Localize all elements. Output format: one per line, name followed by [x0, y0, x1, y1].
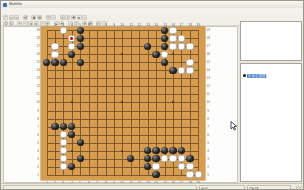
grid-line-h	[47, 119, 199, 120]
grid-line-v	[190, 30, 191, 174]
black-stone[interactable]	[178, 147, 185, 154]
grid-line-h	[47, 175, 199, 176]
black-stone[interactable]	[152, 171, 159, 178]
black-stone[interactable]	[68, 123, 75, 130]
white-stone[interactable]	[161, 51, 168, 58]
coord-left: 14	[37, 69, 40, 72]
white-stone[interactable]	[60, 131, 67, 138]
tree-node[interactable]: 未命名棋谱	[243, 66, 279, 72]
black-stone[interactable]	[152, 155, 159, 162]
zoom-icon[interactable]: ◎	[60, 15, 65, 20]
coord-right: 16	[206, 53, 209, 56]
board-icon[interactable]: ◫	[46, 15, 51, 20]
white-stone[interactable]	[186, 171, 193, 178]
back-10-icon[interactable]: ‹	[23, 21, 28, 26]
black-stone[interactable]	[161, 27, 168, 34]
black-stone[interactable]	[77, 59, 84, 66]
save-icon[interactable]: ▭	[14, 15, 19, 20]
white-stone[interactable]	[161, 155, 168, 162]
app-icon	[3, 3, 7, 7]
status-segment-0	[3, 185, 197, 190]
black-stone[interactable]	[60, 59, 67, 66]
coord-left: 17	[37, 45, 40, 48]
coord-top: 12	[138, 23, 141, 26]
coord-left: 16	[37, 53, 40, 56]
info-icon[interactable]: ◔	[51, 15, 56, 20]
black-stone-icon[interactable]: ●	[77, 15, 82, 20]
coord-left: 8	[37, 117, 40, 120]
white-stone[interactable]	[51, 43, 58, 50]
coord-right: 9	[206, 109, 209, 112]
black-stone[interactable]	[152, 147, 159, 154]
coord-left: 4	[37, 149, 40, 152]
coord-right: 1	[206, 173, 209, 176]
coord-top: 8	[104, 23, 107, 26]
white-stone[interactable]	[169, 43, 176, 50]
coord-top: 14	[155, 23, 158, 26]
coord-right: 6	[206, 133, 209, 136]
white-stone[interactable]	[186, 59, 193, 66]
coord-right: 12	[206, 85, 209, 88]
black-stone[interactable]	[51, 123, 58, 130]
coord-top: 11	[129, 23, 132, 26]
undo-icon[interactable]: ↺	[3, 21, 8, 26]
coord-top: 16	[171, 23, 174, 26]
window-title: MultiGo	[9, 2, 22, 6]
black-stone[interactable]	[77, 27, 84, 34]
black-stone[interactable]	[161, 59, 168, 66]
white-stone[interactable]	[60, 155, 67, 162]
black-stone[interactable]	[68, 163, 75, 170]
coord-top: 4	[70, 23, 73, 26]
coord-top: 10	[121, 23, 124, 26]
coord-left: 7	[37, 125, 40, 128]
white-stone[interactable]	[169, 35, 176, 42]
white-stone[interactable]	[178, 43, 185, 50]
coord-right: 5	[206, 141, 209, 144]
coord-left: 6	[37, 133, 40, 136]
coord-top: 17	[180, 23, 183, 26]
white-stone[interactable]	[186, 67, 193, 74]
coord-left: 1	[37, 173, 40, 176]
coord-top: 7	[96, 23, 99, 26]
coord-right: 3	[206, 157, 209, 160]
copy-icon[interactable]: ▣	[31, 15, 36, 20]
coord-left: 11	[37, 93, 40, 96]
black-stone[interactable]	[68, 51, 75, 58]
grid-line-h	[47, 111, 199, 112]
print-icon[interactable]: ▤	[23, 15, 28, 20]
black-stone[interactable]	[161, 43, 168, 50]
white-stone[interactable]	[60, 139, 67, 146]
coord-top: 9	[112, 23, 115, 26]
coord-right: 13	[206, 77, 209, 80]
coord-right: 19	[206, 29, 209, 32]
black-stone[interactable]	[77, 139, 84, 146]
black-stone[interactable]	[77, 155, 84, 162]
mouse-cursor	[230, 121, 238, 131]
white-stone[interactable]	[51, 51, 58, 58]
right-sidebar: 未命名棋谱	[239, 26, 303, 183]
black-stone[interactable]	[169, 67, 176, 74]
open-icon[interactable]: ▱	[9, 15, 14, 20]
coord-top: 6	[87, 23, 90, 26]
coord-top: 2	[53, 23, 56, 26]
black-stone[interactable]	[144, 43, 151, 50]
app-window: MultiGo 文件(F)编辑(E)查看(V)走子(M)标记(K)工具(T)窗口…	[0, 0, 304, 190]
black-stone[interactable]	[60, 123, 67, 130]
grid-line-v	[131, 30, 132, 174]
white-stone[interactable]	[60, 27, 67, 34]
black-stone[interactable]	[152, 51, 159, 58]
white-stone[interactable]	[178, 35, 185, 42]
game-tree-panel[interactable]: 未命名棋谱	[240, 63, 302, 182]
coord-right: 14	[206, 69, 209, 72]
grid-line-v	[198, 30, 199, 174]
add-icon[interactable]: ✚	[71, 15, 76, 20]
grid-line-v	[139, 30, 140, 174]
list-icon[interactable]: ≡	[65, 15, 70, 20]
status-bar: 就绪19×19	[1, 183, 303, 190]
next-move-icon[interactable]: ▸	[34, 21, 39, 26]
coord-right: 8	[206, 117, 209, 120]
black-stone[interactable]	[144, 163, 151, 170]
coord-right: 4	[206, 149, 209, 152]
pass-icon[interactable]: ⊖	[82, 21, 87, 26]
black-stone[interactable]	[51, 59, 58, 66]
fwd-10-icon[interactable]: ›	[40, 21, 45, 26]
black-stone[interactable]	[127, 155, 134, 162]
white-stone[interactable]	[178, 155, 185, 162]
coord-top: 3	[62, 23, 65, 26]
white-stone[interactable]	[169, 27, 176, 34]
go-board[interactable]	[41, 27, 205, 180]
coord-top: 15	[163, 23, 166, 26]
coord-left: 2	[37, 165, 40, 168]
coord-left: 9	[37, 109, 40, 112]
status-segment-2: 19×19	[247, 185, 291, 190]
coord-left: 15	[37, 61, 40, 64]
black-stone[interactable]	[144, 147, 151, 154]
coord-top: 19	[197, 23, 200, 26]
coord-right: 2	[206, 165, 209, 168]
coord-left: 5	[37, 141, 40, 144]
coord-right: 10	[206, 101, 209, 104]
coord-top: 13	[146, 23, 149, 26]
white-stone[interactable]	[169, 155, 176, 162]
coord-left: 13	[37, 77, 40, 80]
coord-left: 10	[37, 101, 40, 104]
white-stone[interactable]	[60, 163, 67, 170]
coord-left: 12	[37, 85, 40, 88]
black-stone[interactable]	[68, 131, 75, 138]
coord-left: 19	[37, 29, 40, 32]
black-stone[interactable]	[161, 147, 168, 154]
coord-top: 5	[79, 23, 82, 26]
prev-move-icon[interactable]: ◂	[28, 21, 33, 26]
black-stone[interactable]	[77, 43, 84, 50]
coord-right: 15	[206, 61, 209, 64]
black-stone[interactable]	[144, 155, 151, 162]
white-stone[interactable]	[186, 43, 193, 50]
black-stone[interactable]	[169, 147, 176, 154]
black-stone[interactable]	[77, 35, 84, 42]
white-stone[interactable]	[152, 163, 159, 170]
white-stone[interactable]	[186, 163, 193, 170]
white-stone[interactable]	[178, 163, 185, 170]
coord-right: 11	[206, 93, 209, 96]
coord-left: 18	[37, 37, 40, 40]
paste-icon[interactable]: ⊞	[37, 15, 42, 20]
black-stone[interactable]	[186, 155, 193, 162]
coord-top: 1	[45, 23, 48, 26]
white-stone-icon[interactable]: ○	[82, 15, 87, 20]
redo-icon[interactable]: ↻	[9, 21, 14, 26]
black-stone[interactable]	[161, 35, 168, 42]
coord-right: 18	[206, 37, 209, 40]
hoshi-point	[71, 150, 73, 152]
white-stone[interactable]	[195, 171, 202, 178]
new-icon[interactable]: ▢	[3, 15, 8, 20]
grid-line-h	[47, 143, 199, 144]
comment-panel[interactable]	[240, 21, 302, 61]
coord-left: 3	[37, 157, 40, 160]
coord-top: 18	[188, 23, 191, 26]
black-stone[interactable]	[43, 59, 50, 66]
white-stone[interactable]	[60, 147, 67, 154]
stone-node-icon	[243, 74, 246, 77]
white-stone[interactable]	[178, 67, 185, 74]
white-stone[interactable]	[68, 43, 75, 50]
status-segment-1: 就绪	[199, 185, 245, 190]
board-panel: 1119192218183317174416165515156614147713…	[3, 26, 238, 183]
selected-tree-node-label[interactable]: 未命名棋谱	[247, 74, 266, 78]
coord-right: 7	[206, 125, 209, 128]
first-move-icon[interactable]: «	[17, 21, 22, 26]
coord-right: 17	[206, 45, 209, 48]
last-move-marker	[70, 37, 73, 40]
resize-grip[interactable]	[296, 186, 302, 190]
